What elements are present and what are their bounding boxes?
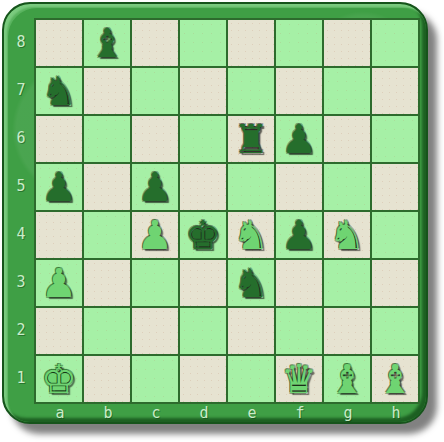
square-a6[interactable] xyxy=(36,116,82,162)
square-g6[interactable] xyxy=(324,116,370,162)
black-knight[interactable]: ♞ xyxy=(233,261,269,305)
square-h3[interactable] xyxy=(372,260,418,306)
square-f8[interactable] xyxy=(276,20,322,66)
rank-label-6: 6 xyxy=(9,114,33,162)
file-label-d: d xyxy=(180,402,228,424)
file-label-g: g xyxy=(324,402,372,424)
square-f3[interactable] xyxy=(276,260,322,306)
square-e6[interactable]: ♜ xyxy=(228,116,274,162)
square-c8[interactable] xyxy=(132,20,178,66)
black-knight[interactable]: ♞ xyxy=(41,69,77,113)
file-label-c: c xyxy=(132,402,180,424)
square-e8[interactable] xyxy=(228,20,274,66)
rank-label-1: 1 xyxy=(9,354,33,402)
square-d2[interactable] xyxy=(180,308,226,354)
square-f1[interactable]: ♛ xyxy=(276,356,322,402)
square-g7[interactable] xyxy=(324,68,370,114)
file-label-b: b xyxy=(84,402,132,424)
white-knight[interactable]: ♞ xyxy=(233,213,269,257)
file-label-h: h xyxy=(372,402,420,424)
square-e2[interactable] xyxy=(228,308,274,354)
square-f6[interactable]: ♟ xyxy=(276,116,322,162)
square-f5[interactable] xyxy=(276,164,322,210)
square-c5[interactable]: ♟ xyxy=(132,164,178,210)
square-c7[interactable] xyxy=(132,68,178,114)
file-label-f: f xyxy=(276,402,324,424)
file-label-e: e xyxy=(228,402,276,424)
rank-label-8: 8 xyxy=(9,18,33,66)
square-b2[interactable] xyxy=(84,308,130,354)
square-a3[interactable]: ♟ xyxy=(36,260,82,306)
square-e7[interactable] xyxy=(228,68,274,114)
square-c6[interactable] xyxy=(132,116,178,162)
square-a8[interactable] xyxy=(36,20,82,66)
square-d1[interactable] xyxy=(180,356,226,402)
black-pawn[interactable]: ♟ xyxy=(137,165,173,209)
square-e4[interactable]: ♞ xyxy=(228,212,274,258)
square-g2[interactable] xyxy=(324,308,370,354)
board: ♝♞♜♟♟♟♟♚♞♟♞♟♞♚♛♝♝ xyxy=(34,18,420,404)
rank-label-4: 4 xyxy=(9,210,33,258)
square-f4[interactable]: ♟ xyxy=(276,212,322,258)
white-knight[interactable]: ♞ xyxy=(329,213,365,257)
square-b1[interactable] xyxy=(84,356,130,402)
square-e3[interactable]: ♞ xyxy=(228,260,274,306)
square-f7[interactable] xyxy=(276,68,322,114)
rank-label-2: 2 xyxy=(9,306,33,354)
rank-label-3: 3 xyxy=(9,258,33,306)
square-d8[interactable] xyxy=(180,20,226,66)
square-h4[interactable] xyxy=(372,212,418,258)
black-pawn[interactable]: ♟ xyxy=(41,165,77,209)
square-c1[interactable] xyxy=(132,356,178,402)
chess-app-window: 87654321 ♝♞♜♟♟♟♟♚♞♟♞♟♞♚♛♝♝ abcdefgh xyxy=(0,0,444,442)
square-b6[interactable] xyxy=(84,116,130,162)
square-g1[interactable]: ♝ xyxy=(324,356,370,402)
square-c2[interactable] xyxy=(132,308,178,354)
black-bishop[interactable]: ♝ xyxy=(89,21,125,65)
square-h7[interactable] xyxy=(372,68,418,114)
square-a4[interactable] xyxy=(36,212,82,258)
square-h6[interactable] xyxy=(372,116,418,162)
white-bishop[interactable]: ♝ xyxy=(329,357,365,401)
black-pawn[interactable]: ♟ xyxy=(281,117,317,161)
black-pawn[interactable]: ♟ xyxy=(281,213,317,257)
square-h1[interactable]: ♝ xyxy=(372,356,418,402)
square-d3[interactable] xyxy=(180,260,226,306)
black-king[interactable]: ♚ xyxy=(185,213,221,257)
square-d5[interactable] xyxy=(180,164,226,210)
square-a5[interactable]: ♟ xyxy=(36,164,82,210)
white-queen[interactable]: ♛ xyxy=(281,357,317,401)
square-h5[interactable] xyxy=(372,164,418,210)
square-g8[interactable] xyxy=(324,20,370,66)
square-b5[interactable] xyxy=(84,164,130,210)
square-g3[interactable] xyxy=(324,260,370,306)
square-e5[interactable] xyxy=(228,164,274,210)
white-bishop[interactable]: ♝ xyxy=(377,357,413,401)
file-label-a: a xyxy=(36,402,84,424)
board-frame: 87654321 ♝♞♜♟♟♟♟♚♞♟♞♟♞♚♛♝♝ abcdefgh xyxy=(2,2,428,424)
white-pawn[interactable]: ♟ xyxy=(137,213,173,257)
rank-labels: 87654321 xyxy=(9,18,33,402)
square-h2[interactable] xyxy=(372,308,418,354)
rank-label-7: 7 xyxy=(9,66,33,114)
square-a1[interactable]: ♚ xyxy=(36,356,82,402)
square-b8[interactable]: ♝ xyxy=(84,20,130,66)
square-f2[interactable] xyxy=(276,308,322,354)
square-g4[interactable]: ♞ xyxy=(324,212,370,258)
square-e1[interactable] xyxy=(228,356,274,402)
square-b3[interactable] xyxy=(84,260,130,306)
square-h8[interactable] xyxy=(372,20,418,66)
square-d4[interactable]: ♚ xyxy=(180,212,226,258)
square-c4[interactable]: ♟ xyxy=(132,212,178,258)
square-c3[interactable] xyxy=(132,260,178,306)
white-king[interactable]: ♚ xyxy=(41,357,77,401)
square-d6[interactable] xyxy=(180,116,226,162)
white-pawn[interactable]: ♟ xyxy=(41,261,77,305)
rank-label-5: 5 xyxy=(9,162,33,210)
square-a7[interactable]: ♞ xyxy=(36,68,82,114)
square-b4[interactable] xyxy=(84,212,130,258)
file-labels: abcdefgh xyxy=(36,402,420,424)
square-a2[interactable] xyxy=(36,308,82,354)
square-b7[interactable] xyxy=(84,68,130,114)
square-g5[interactable] xyxy=(324,164,370,210)
square-d7[interactable] xyxy=(180,68,226,114)
black-rook[interactable]: ♜ xyxy=(233,117,269,161)
